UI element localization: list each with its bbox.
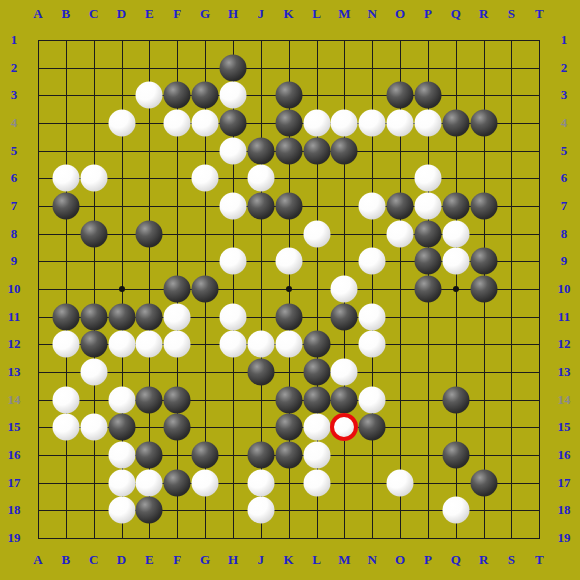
col-label-top: N xyxy=(367,6,376,22)
row-label-right: 14 xyxy=(558,392,571,408)
stone-white xyxy=(442,248,469,275)
col-label-top: B xyxy=(62,6,71,22)
stone-white xyxy=(108,110,135,137)
stone-white xyxy=(80,359,107,386)
grid-line-horizontal xyxy=(38,372,540,373)
stone-black xyxy=(80,303,107,330)
row-label-left: 10 xyxy=(8,281,21,297)
col-label-bottom: R xyxy=(479,552,488,568)
stone-black xyxy=(470,193,497,220)
row-label-right: 11 xyxy=(558,309,570,325)
row-label-right: 19 xyxy=(558,530,571,546)
stone-black xyxy=(192,442,219,469)
stone-black xyxy=(470,110,497,137)
stone-black xyxy=(331,303,358,330)
col-label-top: F xyxy=(173,6,181,22)
stone-black xyxy=(442,193,469,220)
hoshi-point xyxy=(119,286,125,292)
row-label-right: 6 xyxy=(561,170,568,186)
col-label-bottom: F xyxy=(173,552,181,568)
stone-white xyxy=(219,303,246,330)
stone-white xyxy=(359,331,386,358)
row-label-left: 1 xyxy=(11,32,18,48)
stone-black xyxy=(275,414,302,441)
row-label-right: 15 xyxy=(558,419,571,435)
row-label-right: 1 xyxy=(561,32,568,48)
row-label-left: 3 xyxy=(11,87,18,103)
row-label-right: 3 xyxy=(561,87,568,103)
stone-white xyxy=(303,414,330,441)
stone-white xyxy=(331,359,358,386)
row-label-left: 16 xyxy=(8,447,21,463)
stone-white xyxy=(136,82,163,109)
col-label-bottom: T xyxy=(535,552,544,568)
stone-white xyxy=(359,248,386,275)
stone-black xyxy=(414,82,441,109)
col-label-top: J xyxy=(258,6,265,22)
stone-white xyxy=(359,110,386,137)
grid-line-horizontal xyxy=(38,538,540,539)
col-label-top: H xyxy=(228,6,238,22)
row-label-left: 17 xyxy=(8,475,21,491)
row-label-left: 12 xyxy=(8,336,21,352)
stone-black xyxy=(275,110,302,137)
col-label-bottom: D xyxy=(117,552,126,568)
hoshi-point xyxy=(286,286,292,292)
stone-white xyxy=(108,442,135,469)
stone-white xyxy=(164,331,191,358)
row-label-left: 8 xyxy=(11,226,18,242)
stone-black xyxy=(414,276,441,303)
col-label-top: A xyxy=(33,6,42,22)
col-label-bottom: O xyxy=(395,552,405,568)
stone-white xyxy=(136,469,163,496)
stone-white xyxy=(80,165,107,192)
stone-black xyxy=(164,276,191,303)
stone-white xyxy=(108,497,135,524)
last-move-marker xyxy=(330,413,358,441)
stone-white xyxy=(247,469,274,496)
stone-white xyxy=(219,331,246,358)
stone-black xyxy=(247,193,274,220)
col-label-top: L xyxy=(312,6,321,22)
stone-white xyxy=(164,110,191,137)
stone-black xyxy=(275,82,302,109)
col-label-bottom: Q xyxy=(451,552,461,568)
stone-black xyxy=(303,137,330,164)
stone-black xyxy=(442,386,469,413)
stone-black xyxy=(108,303,135,330)
stone-black xyxy=(52,303,79,330)
stone-white xyxy=(164,303,191,330)
row-label-left: 4 xyxy=(11,115,18,131)
stone-black xyxy=(247,359,274,386)
stone-black xyxy=(219,110,246,137)
stone-white xyxy=(359,193,386,220)
stone-white xyxy=(192,469,219,496)
stone-white xyxy=(331,110,358,137)
stone-white xyxy=(442,497,469,524)
stone-black xyxy=(414,248,441,275)
col-label-bottom: N xyxy=(367,552,376,568)
stone-black xyxy=(136,303,163,330)
stone-black xyxy=(470,469,497,496)
row-label-left: 19 xyxy=(8,530,21,546)
stone-black xyxy=(359,414,386,441)
stone-white xyxy=(247,165,274,192)
col-label-bottom: G xyxy=(200,552,210,568)
row-label-left: 11 xyxy=(8,309,20,325)
col-label-top: K xyxy=(284,6,294,22)
stone-black xyxy=(275,193,302,220)
row-label-right: 8 xyxy=(561,226,568,242)
stone-black xyxy=(136,497,163,524)
col-label-bottom: C xyxy=(89,552,98,568)
stone-black xyxy=(470,248,497,275)
stone-black xyxy=(247,137,274,164)
stone-black xyxy=(164,386,191,413)
stone-white xyxy=(303,110,330,137)
stone-white xyxy=(219,193,246,220)
stone-black xyxy=(470,276,497,303)
stone-black xyxy=(247,442,274,469)
row-label-right: 9 xyxy=(561,253,568,269)
row-label-left: 2 xyxy=(11,60,18,76)
row-label-right: 16 xyxy=(558,447,571,463)
stone-white xyxy=(359,303,386,330)
col-label-bottom: B xyxy=(62,552,71,568)
stone-white xyxy=(219,137,246,164)
col-label-bottom: L xyxy=(312,552,321,568)
stone-white xyxy=(275,248,302,275)
col-label-bottom: H xyxy=(228,552,238,568)
row-label-left: 18 xyxy=(8,502,21,518)
stone-white xyxy=(52,165,79,192)
stone-black xyxy=(414,220,441,247)
stone-black xyxy=(52,193,79,220)
row-label-right: 7 xyxy=(561,198,568,214)
stone-black xyxy=(275,137,302,164)
col-label-bottom: P xyxy=(424,552,432,568)
col-label-top: O xyxy=(395,6,405,22)
stone-white xyxy=(247,497,274,524)
stone-white xyxy=(303,442,330,469)
col-label-top: C xyxy=(89,6,98,22)
stone-black xyxy=(136,442,163,469)
col-label-top: Q xyxy=(451,6,461,22)
stone-black xyxy=(80,331,107,358)
row-label-right: 5 xyxy=(561,143,568,159)
grid-line-vertical xyxy=(539,40,540,538)
stone-black xyxy=(331,137,358,164)
col-label-bottom: S xyxy=(508,552,515,568)
stone-white xyxy=(219,82,246,109)
grid-line-vertical xyxy=(511,40,512,538)
stone-black xyxy=(108,414,135,441)
stone-white xyxy=(414,193,441,220)
col-label-bottom: A xyxy=(33,552,42,568)
col-label-top: G xyxy=(200,6,210,22)
row-label-left: 13 xyxy=(8,364,21,380)
stone-black xyxy=(164,469,191,496)
stone-black xyxy=(192,276,219,303)
stone-white xyxy=(387,220,414,247)
row-label-right: 4 xyxy=(561,115,568,131)
row-label-right: 13 xyxy=(558,364,571,380)
stone-black xyxy=(219,54,246,81)
stone-black xyxy=(275,303,302,330)
row-label-right: 12 xyxy=(558,336,571,352)
stone-white xyxy=(387,469,414,496)
stone-black xyxy=(387,193,414,220)
col-label-top: R xyxy=(479,6,488,22)
stone-white xyxy=(414,110,441,137)
stone-black xyxy=(192,82,219,109)
row-label-left: 14 xyxy=(8,392,21,408)
stone-white xyxy=(387,110,414,137)
stone-white xyxy=(247,331,274,358)
col-label-top: D xyxy=(117,6,126,22)
row-label-right: 2 xyxy=(561,60,568,76)
stone-white xyxy=(52,331,79,358)
stone-black xyxy=(136,220,163,247)
stone-white xyxy=(52,386,79,413)
row-label-left: 15 xyxy=(8,419,21,435)
col-label-bottom: M xyxy=(338,552,350,568)
row-label-left: 9 xyxy=(11,253,18,269)
stone-white xyxy=(80,414,107,441)
row-label-left: 6 xyxy=(11,170,18,186)
stone-black xyxy=(442,442,469,469)
stone-white xyxy=(331,276,358,303)
col-label-bottom: K xyxy=(284,552,294,568)
stone-black xyxy=(442,110,469,137)
stone-white xyxy=(108,469,135,496)
row-label-right: 17 xyxy=(558,475,571,491)
stone-black xyxy=(387,82,414,109)
stone-white xyxy=(136,331,163,358)
stone-white xyxy=(359,386,386,413)
stone-white xyxy=(442,220,469,247)
col-label-top: S xyxy=(508,6,515,22)
stone-white xyxy=(275,331,302,358)
stone-black xyxy=(303,359,330,386)
row-label-left: 7 xyxy=(11,198,18,214)
stone-white xyxy=(303,469,330,496)
row-label-left: 5 xyxy=(11,143,18,159)
stone-black xyxy=(303,386,330,413)
col-label-top: M xyxy=(338,6,350,22)
stone-black xyxy=(136,386,163,413)
stone-black xyxy=(275,442,302,469)
hoshi-point xyxy=(453,286,459,292)
stone-black xyxy=(331,386,358,413)
col-label-bottom: J xyxy=(258,552,265,568)
stone-white xyxy=(108,331,135,358)
stone-white xyxy=(192,165,219,192)
go-board-app: AABBCCDDEEFFGGHHJJKKLLMMNNOOPPQQRRSSTT11… xyxy=(0,0,580,580)
stone-white xyxy=(303,220,330,247)
stone-white xyxy=(52,414,79,441)
stone-black xyxy=(80,220,107,247)
stone-white xyxy=(192,110,219,137)
stone-black xyxy=(164,414,191,441)
col-label-top: E xyxy=(145,6,154,22)
col-label-top: T xyxy=(535,6,544,22)
stone-white xyxy=(414,165,441,192)
stone-black xyxy=(275,386,302,413)
stone-black xyxy=(303,331,330,358)
stone-white xyxy=(219,248,246,275)
col-label-top: P xyxy=(424,6,432,22)
stone-black xyxy=(164,82,191,109)
stone-white xyxy=(108,386,135,413)
col-label-bottom: E xyxy=(145,552,154,568)
row-label-right: 18 xyxy=(558,502,571,518)
row-label-right: 10 xyxy=(558,281,571,297)
